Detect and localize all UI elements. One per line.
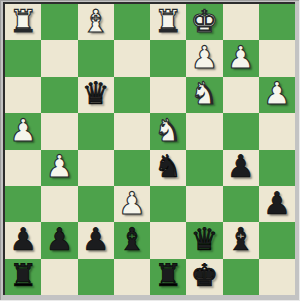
square-d1[interactable] (114, 259, 150, 295)
square-e1[interactable]: ♜ (150, 259, 186, 295)
square-a6[interactable] (5, 77, 41, 113)
square-g3[interactable] (223, 186, 259, 222)
board-frame: ♜♝♜♚♟♟♛♞♟♟♞♟♞♟♟♟♟♟♟♝♛♝♜♜♚ (0, 0, 300, 301)
square-b4[interactable]: ♟ (41, 150, 77, 186)
square-g1[interactable] (223, 259, 259, 295)
square-f6[interactable]: ♞ (186, 77, 222, 113)
square-e7[interactable] (150, 40, 186, 76)
square-a7[interactable] (5, 40, 41, 76)
black-queen-icon[interactable]: ♛ (190, 224, 218, 255)
black-rook-icon[interactable]: ♜ (154, 260, 182, 291)
white-rook-icon[interactable]: ♜ (154, 6, 182, 37)
white-bishop-icon[interactable]: ♝ (82, 6, 110, 37)
square-g8[interactable] (223, 4, 259, 40)
square-a1[interactable]: ♜ (5, 259, 41, 295)
square-c7[interactable] (78, 40, 114, 76)
square-e8[interactable]: ♜ (150, 4, 186, 40)
square-f3[interactable] (186, 186, 222, 222)
square-d5[interactable] (114, 113, 150, 149)
square-f8[interactable]: ♚ (186, 4, 222, 40)
square-h4[interactable] (259, 150, 295, 186)
square-b7[interactable] (41, 40, 77, 76)
white-king-icon[interactable]: ♚ (190, 6, 218, 37)
square-a2[interactable]: ♟ (5, 222, 41, 258)
square-e6[interactable] (150, 77, 186, 113)
square-c1[interactable] (78, 259, 114, 295)
square-c6[interactable]: ♛ (78, 77, 114, 113)
square-b2[interactable]: ♟ (41, 222, 77, 258)
square-h1[interactable] (259, 259, 295, 295)
square-h5[interactable] (259, 113, 295, 149)
square-g6[interactable] (223, 77, 259, 113)
black-pawn-icon[interactable]: ♟ (263, 188, 291, 219)
square-e3[interactable] (150, 186, 186, 222)
square-h2[interactable] (259, 222, 295, 258)
black-queen-icon[interactable]: ♛ (82, 78, 110, 109)
white-knight-icon[interactable]: ♞ (190, 78, 218, 109)
square-c3[interactable] (78, 186, 114, 222)
square-a4[interactable] (5, 150, 41, 186)
square-d6[interactable] (114, 77, 150, 113)
white-pawn-icon[interactable]: ♟ (227, 42, 255, 73)
chess-board: ♜♝♜♚♟♟♛♞♟♟♞♟♞♟♟♟♟♟♟♝♛♝♜♜♚ (3, 2, 295, 295)
black-pawn-icon[interactable]: ♟ (45, 224, 73, 255)
square-d2[interactable]: ♝ (114, 222, 150, 258)
square-e4[interactable]: ♞ (150, 150, 186, 186)
square-c2[interactable]: ♟ (78, 222, 114, 258)
square-g7[interactable]: ♟ (223, 40, 259, 76)
square-d4[interactable] (114, 150, 150, 186)
black-bishop-icon[interactable]: ♝ (118, 224, 146, 255)
square-g5[interactable] (223, 113, 259, 149)
white-pawn-icon[interactable]: ♟ (45, 151, 73, 182)
square-b1[interactable] (41, 259, 77, 295)
square-b3[interactable] (41, 186, 77, 222)
black-pawn-icon[interactable]: ♟ (9, 224, 37, 255)
square-f4[interactable] (186, 150, 222, 186)
square-d3[interactable]: ♟ (114, 186, 150, 222)
black-pawn-icon[interactable]: ♟ (82, 224, 110, 255)
square-a5[interactable]: ♟ (5, 113, 41, 149)
square-f2[interactable]: ♛ (186, 222, 222, 258)
black-rook-icon[interactable]: ♜ (9, 260, 37, 291)
square-a3[interactable] (5, 186, 41, 222)
white-rook-icon[interactable]: ♜ (9, 6, 37, 37)
square-h6[interactable]: ♟ (259, 77, 295, 113)
square-f7[interactable]: ♟ (186, 40, 222, 76)
black-bishop-icon[interactable]: ♝ (227, 224, 255, 255)
square-f1[interactable]: ♚ (186, 259, 222, 295)
square-c5[interactable] (78, 113, 114, 149)
square-g2[interactable]: ♝ (223, 222, 259, 258)
square-b8[interactable] (41, 4, 77, 40)
square-h8[interactable] (259, 4, 295, 40)
square-d7[interactable] (114, 40, 150, 76)
square-e5[interactable]: ♞ (150, 113, 186, 149)
square-d8[interactable] (114, 4, 150, 40)
white-knight-icon[interactable]: ♞ (154, 115, 182, 146)
square-c8[interactable]: ♝ (78, 4, 114, 40)
black-king-icon[interactable]: ♚ (190, 260, 218, 291)
square-g4[interactable]: ♟ (223, 150, 259, 186)
square-e2[interactable] (150, 222, 186, 258)
square-a8[interactable]: ♜ (5, 4, 41, 40)
square-h3[interactable]: ♟ (259, 186, 295, 222)
black-knight-icon[interactable]: ♞ (154, 151, 182, 182)
square-f5[interactable] (186, 113, 222, 149)
black-pawn-icon[interactable]: ♟ (227, 151, 255, 182)
white-pawn-icon[interactable]: ♟ (9, 115, 37, 146)
square-c4[interactable] (78, 150, 114, 186)
square-b6[interactable] (41, 77, 77, 113)
white-pawn-icon[interactable]: ♟ (263, 78, 291, 109)
white-pawn-icon[interactable]: ♟ (190, 42, 218, 73)
white-pawn-icon[interactable]: ♟ (118, 188, 146, 219)
square-b5[interactable] (41, 113, 77, 149)
square-h7[interactable] (259, 40, 295, 76)
